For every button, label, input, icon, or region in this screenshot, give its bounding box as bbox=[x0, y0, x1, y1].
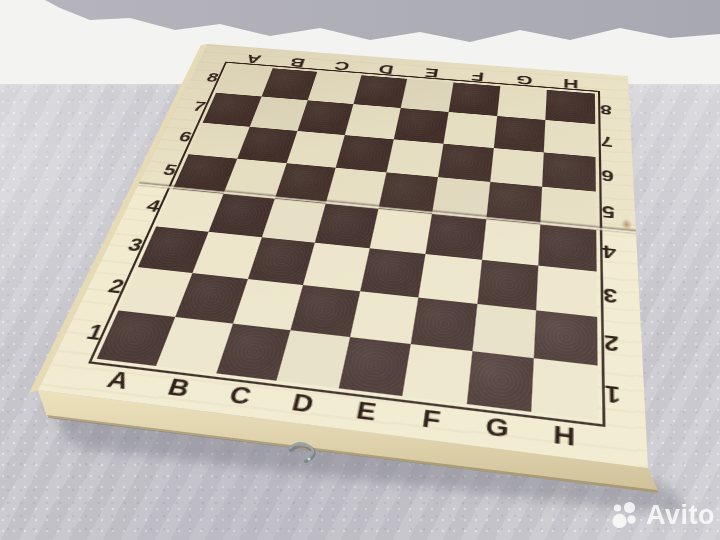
rank-label-right-7: 7 bbox=[589, 123, 626, 159]
square-g3 bbox=[477, 260, 539, 310]
file-label-top-e: E bbox=[407, 62, 456, 85]
rank-label-right-6: 6 bbox=[589, 156, 627, 195]
square-d7 bbox=[345, 104, 401, 139]
file-label-bottom-h: H bbox=[530, 411, 599, 461]
square-h1 bbox=[532, 359, 599, 421]
square-h5 bbox=[541, 187, 597, 230]
rank-label-right-8: 8 bbox=[589, 93, 624, 126]
square-h4 bbox=[539, 225, 597, 272]
square-g6 bbox=[490, 148, 544, 187]
square-d3 bbox=[303, 242, 369, 290]
square-f2 bbox=[410, 297, 476, 351]
square-e5 bbox=[378, 173, 437, 214]
square-f3 bbox=[418, 254, 481, 304]
file-label-top-b: B bbox=[272, 52, 323, 74]
square-f6 bbox=[438, 143, 494, 182]
rank-label-right-4: 4 bbox=[589, 229, 631, 275]
square-h3 bbox=[536, 265, 597, 316]
square-f1 bbox=[402, 344, 472, 404]
square-f4 bbox=[425, 214, 486, 260]
square-c4 bbox=[261, 199, 326, 243]
file-label-bottom-g: G bbox=[462, 403, 532, 452]
square-f7 bbox=[443, 112, 496, 148]
square-g4 bbox=[481, 219, 540, 265]
square-e3 bbox=[360, 248, 425, 297]
file-label-bottom-d: D bbox=[266, 380, 339, 427]
square-d6 bbox=[336, 135, 394, 173]
file-label-top-a: A bbox=[228, 48, 279, 70]
file-label-top-f: F bbox=[453, 65, 502, 88]
square-g2 bbox=[472, 303, 537, 358]
rank-label-right-5: 5 bbox=[589, 191, 629, 233]
rank-label-right-2: 2 bbox=[589, 316, 634, 370]
file-label-top-c: C bbox=[316, 55, 366, 78]
square-e2 bbox=[350, 291, 418, 345]
square-g7 bbox=[493, 116, 545, 152]
file-label-bottom-c: C bbox=[203, 372, 277, 418]
avito-watermark: Avito bbox=[610, 500, 715, 531]
square-d5 bbox=[326, 168, 386, 209]
rank-label-right-3: 3 bbox=[589, 271, 632, 321]
rank-label-right-1: 1 bbox=[589, 365, 637, 425]
avito-logo-icon bbox=[610, 500, 641, 531]
square-d2 bbox=[291, 285, 361, 338]
square-e7 bbox=[394, 108, 449, 143]
file-label-top-g: G bbox=[500, 69, 548, 93]
file-label-top-d: D bbox=[361, 58, 411, 81]
photo-scene: AABBCCDDEEFFGGHH8877665544332211 Avito bbox=[0, 0, 720, 540]
square-h2 bbox=[534, 310, 597, 366]
file-label-top-h: H bbox=[547, 72, 595, 96]
square-g1 bbox=[466, 351, 534, 412]
file-label-bottom-e: E bbox=[330, 387, 402, 434]
square-d4 bbox=[315, 204, 378, 248]
square-g5 bbox=[486, 182, 543, 224]
square-e1 bbox=[339, 337, 411, 396]
square-h7 bbox=[544, 120, 595, 157]
square-h6 bbox=[542, 152, 595, 192]
square-c7 bbox=[297, 100, 354, 135]
square-b7 bbox=[250, 96, 308, 130]
square-f5 bbox=[432, 177, 490, 219]
square-e4 bbox=[370, 209, 432, 254]
square-e6 bbox=[386, 139, 443, 177]
avito-watermark-text: Avito bbox=[646, 500, 715, 531]
square-d1 bbox=[277, 330, 350, 388]
file-label-bottom-f: F bbox=[396, 395, 467, 443]
